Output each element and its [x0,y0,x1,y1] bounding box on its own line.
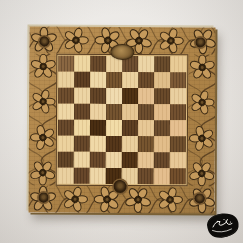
board-square [106,104,122,120]
board-square [58,168,74,184]
flower-motif [183,120,219,156]
board-square [170,104,186,120]
flower-motif [59,24,92,57]
board-square [90,104,106,120]
photo-background [0,0,243,243]
board-square [138,168,154,184]
board-square [122,120,138,136]
board-square [138,120,154,136]
board-square [138,152,154,168]
board-square [74,136,90,152]
board-square [106,136,122,152]
board-square [74,56,90,72]
border-right [188,54,216,186]
board-square [90,72,106,88]
board-square [106,120,122,136]
flower-motif [189,54,215,80]
board-square [58,104,74,120]
board-square [170,120,186,136]
board-inner-trim [56,54,189,187]
board-square [138,88,154,104]
flower-motif [183,155,219,191]
flower-motif [59,183,92,216]
board-square [90,136,106,152]
board-square [74,168,90,184]
board-square [122,152,138,168]
board-square [58,56,74,72]
board-square [90,120,106,136]
board-square [106,88,122,104]
board-square [122,88,138,104]
carved-rosette [39,193,49,203]
board-square [58,136,74,152]
board-square [90,152,106,168]
board-square [154,168,170,184]
carved-rosette [195,193,205,203]
watermark-logo [204,210,241,240]
board-square [170,168,186,184]
board-square [106,72,122,88]
board-square [122,136,138,152]
board-square [170,136,186,152]
flower-motif [186,87,218,119]
flower-motif [30,54,56,80]
board-square [58,120,74,136]
board-square [74,120,90,136]
board-square [122,72,138,88]
board-square [154,120,170,136]
board-square [90,88,106,104]
board-square [74,88,90,104]
board-square [154,136,170,152]
board-square [138,104,154,120]
board-square [154,152,170,168]
flower-motif [155,24,188,57]
board-square [154,56,170,72]
board-square [90,56,106,72]
board-square [170,88,186,104]
maker-stamp-medallion [110,44,134,60]
board-square [90,168,106,184]
board-square [154,72,170,88]
chessboard-frame [29,27,216,214]
carved-rosette [114,180,127,193]
board-square [58,152,74,168]
board-square [154,88,170,104]
board-square [58,88,74,104]
board-square [58,72,74,88]
board-square [74,72,90,88]
checkerboard [58,56,187,185]
board-square [74,152,90,168]
border-left [29,54,57,186]
board-square [138,56,154,72]
board-square [154,104,170,120]
carved-rosette [39,37,49,47]
board-square [170,72,186,88]
board-square [170,56,186,72]
carved-rosette [195,37,205,47]
board-square [138,136,154,152]
board-square [138,72,154,88]
flower-motif [27,86,59,118]
board-square [74,104,90,120]
flower-motif [154,183,187,216]
board-square [122,104,138,120]
board-square [170,152,186,168]
board-square [106,152,122,168]
